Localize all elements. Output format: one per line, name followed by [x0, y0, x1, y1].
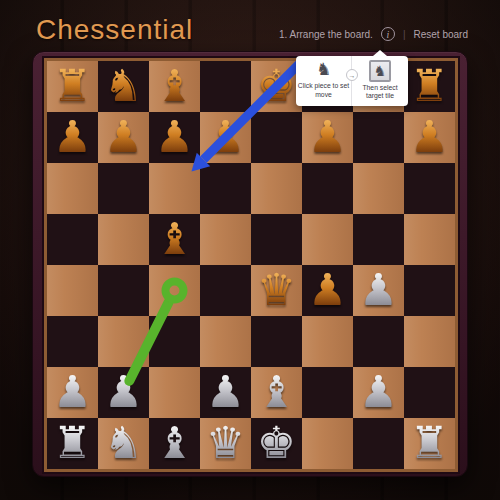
square-g7[interactable]: [353, 112, 404, 163]
square-h5[interactable]: [404, 214, 455, 265]
square-a6[interactable]: [47, 163, 98, 214]
square-h7[interactable]: ♟: [404, 112, 455, 163]
orange-king-e8[interactable]: ♚: [257, 64, 296, 108]
orange-queen-e4[interactable]: ♛: [257, 268, 296, 312]
silver-pawn-a2[interactable]: ♟: [53, 370, 92, 414]
square-d8[interactable]: [200, 61, 251, 112]
reset-board-button[interactable]: Reset board: [414, 29, 468, 40]
square-b6[interactable]: [98, 163, 149, 214]
orange-bishop-c5[interactable]: ♝: [155, 217, 194, 261]
target-tile-frame: ♞: [369, 60, 391, 82]
knight-icon: ♞: [374, 63, 387, 80]
header-controls: 1. Arrange the board. i | Reset board: [279, 27, 468, 41]
silver-pawn-b2[interactable]: ♟: [104, 370, 143, 414]
square-b7[interactable]: ♟: [98, 112, 149, 163]
tooltip-step-1: ♞ Click piece to set move: [296, 56, 352, 106]
silver-king-e1[interactable]: ♚: [257, 421, 296, 465]
square-e6[interactable]: [251, 163, 302, 214]
silver-bishop-e2[interactable]: ♝: [257, 370, 296, 414]
square-c2[interactable]: [149, 367, 200, 418]
square-h3[interactable]: [404, 316, 455, 367]
app-title: Chessential: [36, 14, 193, 46]
silver-rook-h1[interactable]: ♜: [410, 421, 449, 465]
orange-pawn-f4[interactable]: ♟: [308, 268, 347, 312]
square-e5[interactable]: [251, 214, 302, 265]
square-e3[interactable]: [251, 316, 302, 367]
orange-bishop-c8[interactable]: ♝: [155, 64, 194, 108]
silver-queen-d1[interactable]: ♛: [206, 421, 245, 465]
silver-pawn-d2[interactable]: ♟: [206, 370, 245, 414]
square-f2[interactable]: [302, 367, 353, 418]
tooltip-caret: [373, 50, 387, 56]
step-label: 1. Arrange the board.: [279, 29, 373, 40]
square-a1[interactable]: ♜: [47, 418, 98, 469]
silver-rook-a1[interactable]: ♜: [53, 421, 92, 465]
square-b4[interactable]: [98, 265, 149, 316]
square-f6[interactable]: [302, 163, 353, 214]
square-f3[interactable]: [302, 316, 353, 367]
square-g4[interactable]: ♟: [353, 265, 404, 316]
square-g3[interactable]: [353, 316, 404, 367]
square-c8[interactable]: ♝: [149, 61, 200, 112]
orange-pawn-d7[interactable]: ♟: [206, 115, 245, 159]
square-g6[interactable]: [353, 163, 404, 214]
square-b2[interactable]: ♟: [98, 367, 149, 418]
knight-icon: ♞: [316, 60, 331, 80]
orange-pawn-c7[interactable]: ♟: [155, 115, 194, 159]
orange-pawn-f7[interactable]: ♟: [308, 115, 347, 159]
square-h1[interactable]: ♜: [404, 418, 455, 469]
header-divider: |: [403, 29, 406, 40]
orange-pawn-b7[interactable]: ♟: [104, 115, 143, 159]
square-b5[interactable]: [98, 214, 149, 265]
square-c7[interactable]: ♟: [149, 112, 200, 163]
square-a4[interactable]: [47, 265, 98, 316]
square-h8[interactable]: ♜: [404, 61, 455, 112]
square-h4[interactable]: [404, 265, 455, 316]
square-g2[interactable]: ♟: [353, 367, 404, 418]
square-c3[interactable]: [149, 316, 200, 367]
square-b1[interactable]: ♞: [98, 418, 149, 469]
square-c1[interactable]: ♝: [149, 418, 200, 469]
square-e8[interactable]: ♚: [251, 61, 302, 112]
orange-rook-a8[interactable]: ♜: [53, 64, 92, 108]
square-g5[interactable]: [353, 214, 404, 265]
tooltip-caption-2: Then select target tile: [354, 84, 406, 101]
square-e7[interactable]: [251, 112, 302, 163]
info-icon[interactable]: i: [381, 27, 395, 41]
square-d6[interactable]: [200, 163, 251, 214]
orange-knight-b8[interactable]: ♞: [104, 64, 143, 108]
square-c5[interactable]: ♝: [149, 214, 200, 265]
square-b3[interactable]: [98, 316, 149, 367]
square-c6[interactable]: [149, 163, 200, 214]
square-d3[interactable]: [200, 316, 251, 367]
square-d1[interactable]: ♛: [200, 418, 251, 469]
square-d2[interactable]: ♟: [200, 367, 251, 418]
square-a3[interactable]: [47, 316, 98, 367]
square-d7[interactable]: ♟: [200, 112, 251, 163]
square-h2[interactable]: [404, 367, 455, 418]
square-c4[interactable]: [149, 265, 200, 316]
silver-pawn-g4[interactable]: ♟: [359, 268, 398, 312]
board-squares: ♜♞♝♚♞♜♟♟♟♟♟♟♝♛♟♟♟♟♟♝♟♜♞♝♛♚♜: [47, 61, 455, 469]
square-e1[interactable]: ♚: [251, 418, 302, 469]
arrow-icon: →: [346, 69, 358, 81]
square-f4[interactable]: ♟: [302, 265, 353, 316]
square-f1[interactable]: [302, 418, 353, 469]
orange-pawn-h7[interactable]: ♟: [410, 115, 449, 159]
orange-rook-h8[interactable]: ♜: [410, 64, 449, 108]
square-h6[interactable]: [404, 163, 455, 214]
square-b8[interactable]: ♞: [98, 61, 149, 112]
board-frame: ♜♞♝♚♞♜♟♟♟♟♟♟♝♛♟♟♟♟♟♝♟♜♞♝♛♚♜: [32, 51, 468, 477]
square-a5[interactable]: [47, 214, 98, 265]
silver-pawn-g2[interactable]: ♟: [359, 370, 398, 414]
square-g1[interactable]: [353, 418, 404, 469]
square-d4[interactable]: [200, 265, 251, 316]
square-a2[interactable]: ♟: [47, 367, 98, 418]
orange-pawn-a7[interactable]: ♟: [53, 115, 92, 159]
silver-bishop-c1[interactable]: ♝: [155, 421, 194, 465]
square-a7[interactable]: ♟: [47, 112, 98, 163]
square-e2[interactable]: ♝: [251, 367, 302, 418]
tooltip-step-2: ♞ Then select target tile: [352, 56, 408, 106]
square-d5[interactable]: [200, 214, 251, 265]
square-a8[interactable]: ♜: [47, 61, 98, 112]
tooltip-caption-1: Click piece to set move: [298, 82, 350, 99]
square-f5[interactable]: [302, 214, 353, 265]
square-e4[interactable]: ♛: [251, 265, 302, 316]
silver-knight-b1[interactable]: ♞: [104, 421, 143, 465]
arrange-tooltip: ♞ Click piece to set move ♞ Then select …: [296, 56, 408, 106]
square-f7[interactable]: ♟: [302, 112, 353, 163]
